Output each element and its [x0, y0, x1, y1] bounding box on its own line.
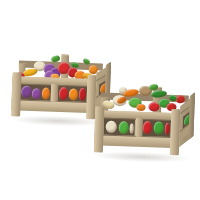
cauliflower-behind-slats	[130, 124, 134, 134]
vegetable-crate	[91, 78, 198, 162]
carrot-piece	[136, 104, 145, 111]
crate-middle-post	[51, 84, 59, 102]
cucumber-behind-slats	[154, 121, 164, 134]
grapes-behind-slats	[32, 88, 41, 99]
tomato	[148, 102, 159, 111]
crate-front-face	[11, 76, 96, 112]
crate-front-window	[141, 119, 171, 137]
crate-corner-post	[11, 72, 22, 116]
tomato-behind-slats	[143, 121, 152, 134]
cauliflower-behind-slats	[106, 121, 117, 133]
strawberry-behind-slats	[59, 87, 68, 100]
crate-corner-post	[188, 92, 195, 140]
plum-behind-slats	[21, 86, 32, 98]
crate-front-window	[58, 85, 88, 102]
leaf	[50, 55, 60, 63]
crate-front-window	[20, 84, 52, 101]
product-photo	[0, 0, 200, 200]
orange-behind-slats	[42, 87, 50, 99]
strawberry-behind-slats	[79, 88, 86, 101]
orange-behind-slats	[69, 88, 78, 100]
leaf	[82, 57, 91, 65]
crate-middle-post	[135, 118, 143, 137]
cucumber	[151, 90, 168, 99]
crate-corner-post	[94, 106, 105, 152]
tomato-behind-slats	[164, 123, 169, 135]
crate-front-window	[103, 118, 135, 136]
crate-front-face	[94, 110, 180, 147]
lettuce-behind-slats	[118, 121, 128, 134]
